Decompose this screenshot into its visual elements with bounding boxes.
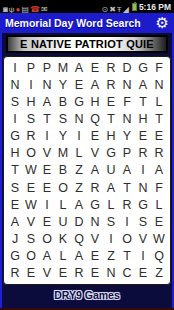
grid-cell-r10c1[interactable]: A — [7, 213, 23, 230]
grid-cell-r1c10[interactable]: F — [151, 59, 167, 76]
grid-cell-r10c9[interactable]: S — [135, 213, 151, 230]
grid-cell-r13c3[interactable]: V — [39, 265, 55, 282]
grid-cell-r1c3[interactable]: P — [39, 59, 55, 76]
grid-cell-r7c3[interactable]: E — [39, 162, 55, 179]
grid-cell-r5c10[interactable]: E — [151, 128, 167, 145]
content-panel: E NATIVE PATRIOT QUIE IPPMAERDGFNINYEARN… — [2, 33, 172, 308]
grid-cell-r2c10[interactable]: N — [151, 76, 167, 93]
grid-cell-r8c4[interactable]: O — [55, 179, 71, 196]
grid-cell-r6c1[interactable]: H — [7, 145, 23, 162]
grid-cell-r6c2[interactable]: O — [23, 145, 39, 162]
word-search-grid: IPPMAERDGFNINYEARNANSHABGHEFTLISTSNQTNHT… — [7, 59, 167, 282]
grid-cell-r3c2[interactable]: H — [23, 93, 39, 110]
grid-cell-r8c1[interactable]: S — [7, 179, 23, 196]
grid-cell-r9c4[interactable]: L — [55, 196, 71, 213]
grid-cell-r4c4[interactable]: S — [55, 110, 71, 127]
grid-cell-r3c1[interactable]: S — [7, 93, 23, 110]
grid-cell-r2c8[interactable]: N — [119, 76, 135, 93]
grid-cell-r1c7[interactable]: R — [103, 59, 119, 76]
grid-cell-r5c2[interactable]: R — [23, 128, 39, 145]
grid-cell-r11c7[interactable]: I — [103, 231, 119, 248]
grid-cell-r4c3[interactable]: T — [39, 110, 55, 127]
grid-cell-r5c1[interactable]: G — [7, 128, 23, 145]
grid-cell-r3c6[interactable]: H — [87, 93, 103, 110]
grid-cell-r6c7[interactable]: G — [103, 145, 119, 162]
grid-cell-r2c4[interactable]: Y — [55, 76, 71, 93]
grid-cell-r1c5[interactable]: A — [71, 59, 87, 76]
grid-cell-r11c2[interactable]: S — [23, 231, 39, 248]
grid-cell-r12c10[interactable]: Q — [151, 248, 167, 265]
settings-gear-icon[interactable]: ⚙ — [156, 14, 169, 32]
grid-cell-r5c5[interactable]: I — [71, 128, 87, 145]
grid-cell-r13c5[interactable]: R — [71, 265, 87, 282]
grid-cell-r13c10[interactable]: Z — [151, 265, 167, 282]
grid-cell-r2c9[interactable]: A — [135, 76, 151, 93]
grid-cell-r12c2[interactable]: O — [23, 248, 39, 265]
grid-cell-r10c10[interactable]: E — [151, 213, 167, 230]
grid-cell-r8c7[interactable]: A — [103, 179, 119, 196]
grid-cell-r7c9[interactable]: I — [135, 162, 151, 179]
grid-cell-r3c9[interactable]: T — [135, 93, 151, 110]
grid-cell-r7c8[interactable]: A — [119, 162, 135, 179]
grid-cell-r4c2[interactable]: S — [23, 110, 39, 127]
grid-cell-r7c10[interactable]: A — [151, 162, 167, 179]
app-title: Memorial Day Word Search — [5, 17, 141, 29]
grid-cell-r10c7[interactable]: S — [103, 213, 119, 230]
grid-cell-r8c10[interactable]: F — [151, 179, 167, 196]
grid-cell-r9c1[interactable]: E — [7, 196, 23, 213]
grid-cell-r2c5[interactable]: E — [71, 76, 87, 93]
grid-cell-r3c5[interactable]: G — [71, 93, 87, 110]
grid-cell-r7c2[interactable]: W — [23, 162, 39, 179]
grid-cell-r12c1[interactable]: G — [7, 248, 23, 265]
grid-cell-r10c5[interactable]: D — [71, 213, 87, 230]
grid-cell-r1c9[interactable]: G — [135, 59, 151, 76]
grid-cell-r12c5[interactable]: A — [71, 248, 87, 265]
grid-cell-r3c8[interactable]: F — [119, 93, 135, 110]
grid-cell-r1c6[interactable]: E — [87, 59, 103, 76]
grid-cell-r11c1[interactable]: J — [7, 231, 23, 248]
grid-cell-r9c5[interactable]: A — [71, 196, 87, 213]
status-clock: 5:16 PM — [139, 2, 171, 12]
grid-cell-r5c9[interactable]: E — [135, 128, 151, 145]
grid-cell-r11c4[interactable]: K — [55, 231, 71, 248]
grid-cell-r6c10[interactable]: R — [151, 145, 167, 162]
grid-cell-r5c4[interactable]: Y — [55, 128, 71, 145]
grid-cell-r13c9[interactable]: E — [135, 265, 151, 282]
grid-cell-r10c2[interactable]: V — [23, 213, 39, 230]
grid-cell-r6c4[interactable]: M — [55, 145, 71, 162]
grid-cell-r11c8[interactable]: O — [119, 231, 135, 248]
app-screen: ◙ψ●▤☎✉ ⊙✖Ŧ◢ 5:16 PM Memorial Day Word Se… — [0, 0, 174, 310]
status-bar: ◙ψ●▤☎✉ ⊙✖Ŧ◢ 5:16 PM — [0, 0, 174, 13]
grid-cell-r2c3[interactable]: N — [39, 76, 55, 93]
grid-cell-r7c7[interactable]: U — [103, 162, 119, 179]
grid-cell-r13c8[interactable]: C — [119, 265, 135, 282]
grid-cell-r7c1[interactable]: T — [7, 162, 23, 179]
grid-cell-r10c4[interactable]: U — [55, 213, 71, 230]
grid-cell-r1c4[interactable]: M — [55, 59, 71, 76]
grid-cell-r1c1[interactable]: I — [7, 59, 23, 76]
grid-cell-r3c10[interactable]: L — [151, 93, 167, 110]
grid-cell-r8c8[interactable]: T — [119, 179, 135, 196]
grid-cell-r13c4[interactable]: E — [55, 265, 71, 282]
grid-cell-r11c3[interactable]: O — [39, 231, 55, 248]
grid-cell-r4c6[interactable]: Q — [87, 110, 103, 127]
grid-cell-r5c8[interactable]: Y — [119, 128, 135, 145]
grid-cell-r3c7[interactable]: E — [103, 93, 119, 110]
grid-cell-r9c9[interactable]: G — [135, 196, 151, 213]
grid-cell-r12c3[interactable]: A — [39, 248, 55, 265]
grid-cell-r9c7[interactable]: L — [103, 196, 119, 213]
grid-cell-r2c1[interactable]: N — [7, 76, 23, 93]
grid-cell-r10c8[interactable]: I — [119, 213, 135, 230]
grid-cell-r8c6[interactable]: R — [87, 179, 103, 196]
word-list-marquee: E NATIVE PATRIOT QUIE — [6, 35, 168, 53]
grid-cell-r5c3[interactable]: I — [39, 128, 55, 145]
grid-cell-r12c4[interactable]: L — [55, 248, 71, 265]
grid-cell-r12c6[interactable]: E — [87, 248, 103, 265]
grid-cell-r11c10[interactable]: W — [151, 231, 167, 248]
grid-cell-r4c10[interactable]: T — [151, 110, 167, 127]
grid-cell-r8c5[interactable]: Z — [71, 179, 87, 196]
grid-cell-r6c8[interactable]: P — [119, 145, 135, 162]
grid-cell-r13c2[interactable]: E — [23, 265, 39, 282]
grid-cell-r6c5[interactable]: L — [71, 145, 87, 162]
grid-cell-r5c6[interactable]: E — [87, 128, 103, 145]
grid-cell-r11c6[interactable]: V — [87, 231, 103, 248]
grid-cell-r6c6[interactable]: V — [87, 145, 103, 162]
grid-cell-r4c8[interactable]: N — [119, 110, 135, 127]
grid-cell-r11c5[interactable]: Q — [71, 231, 87, 248]
grid-cell-r4c9[interactable]: H — [135, 110, 151, 127]
grid-cell-r1c2[interactable]: P — [23, 59, 39, 76]
grid-cell-r10c6[interactable]: N — [87, 213, 103, 230]
grid-cell-r7c6[interactable]: A — [87, 162, 103, 179]
grid-cell-r13c1[interactable]: R — [7, 265, 23, 282]
grid-cell-r5c7[interactable]: H — [103, 128, 119, 145]
battery-icon — [132, 3, 137, 11]
grid-cell-r4c1[interactable]: I — [7, 110, 23, 127]
grid-cell-r11c9[interactable]: V — [135, 231, 151, 248]
grid-cell-r9c6[interactable]: G — [87, 196, 103, 213]
grid-cell-r9c10[interactable]: L — [151, 196, 167, 213]
grid-cell-r1c8[interactable]: D — [119, 59, 135, 76]
grid-cell-r3c4[interactable]: B — [55, 93, 71, 110]
grid-cell-r8c9[interactable]: N — [135, 179, 151, 196]
grid-cell-r10c3[interactable]: E — [39, 213, 55, 230]
grid-cell-r12c9[interactable]: I — [135, 248, 151, 265]
grid-cell-r4c7[interactable]: T — [103, 110, 119, 127]
grid-panel: IPPMAERDGFNINYEARNANSHABGHEFTLISTSNQTNHT… — [3, 56, 171, 285]
grid-cell-r7c5[interactable]: Z — [71, 162, 87, 179]
grid-cell-r9c2[interactable]: W — [23, 196, 39, 213]
grid-cell-r9c8[interactable]: R — [119, 196, 135, 213]
grid-cell-r2c2[interactable]: I — [23, 76, 39, 93]
grid-cell-r6c3[interactable]: V — [39, 145, 55, 162]
grid-cell-r8c3[interactable]: E — [39, 179, 55, 196]
grid-cell-r13c6[interactable]: E — [87, 265, 103, 282]
title-bar: Memorial Day Word Search ⚙ — [0, 13, 174, 33]
grid-cell-r9c3[interactable]: I — [39, 196, 55, 213]
grid-cell-r8c2[interactable]: E — [23, 179, 39, 196]
grid-cell-r2c6[interactable]: A — [87, 76, 103, 93]
grid-cell-r7c4[interactable]: B — [55, 162, 71, 179]
grid-cell-r3c3[interactable]: A — [39, 93, 55, 110]
grid-cell-r6c9[interactable]: R — [135, 145, 151, 162]
developer-label: DRY9 Games — [2, 289, 172, 301]
grid-cell-r13c7[interactable]: N — [103, 265, 119, 282]
grid-cell-r2c7[interactable]: R — [103, 76, 119, 93]
grid-cell-r12c8[interactable]: T — [119, 248, 135, 265]
grid-cell-r4c5[interactable]: N — [71, 110, 87, 127]
grid-cell-r12c7[interactable]: Z — [103, 248, 119, 265]
